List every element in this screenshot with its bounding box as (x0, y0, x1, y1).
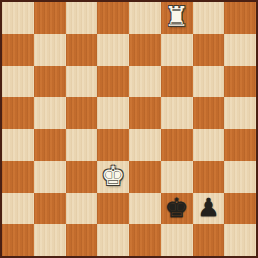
square-b7[interactable] (34, 34, 66, 66)
square-c2[interactable] (66, 193, 98, 225)
square-e2[interactable] (129, 193, 161, 225)
square-g4[interactable] (193, 129, 225, 161)
square-d5[interactable] (97, 97, 129, 129)
square-a8[interactable] (2, 2, 34, 34)
square-a6[interactable] (2, 66, 34, 98)
white-rook[interactable]: ♜ (165, 3, 189, 30)
black-pawn[interactable]: ♟ (197, 195, 219, 220)
square-h7[interactable] (224, 34, 256, 66)
square-h8[interactable] (224, 2, 256, 34)
square-e7[interactable] (129, 34, 161, 66)
square-a7[interactable] (2, 34, 34, 66)
square-c5[interactable] (66, 97, 98, 129)
square-e5[interactable] (129, 97, 161, 129)
square-h6[interactable] (224, 66, 256, 98)
square-h1[interactable] (224, 224, 256, 256)
square-g1[interactable] (193, 224, 225, 256)
square-d6[interactable] (97, 66, 129, 98)
square-f6[interactable] (161, 66, 193, 98)
square-g5[interactable] (193, 97, 225, 129)
square-c3[interactable] (66, 161, 98, 193)
square-b8[interactable] (34, 2, 66, 34)
square-f5[interactable] (161, 97, 193, 129)
square-g8[interactable] (193, 2, 225, 34)
black-king[interactable]: ♚ (165, 194, 189, 221)
square-e1[interactable] (129, 224, 161, 256)
square-b6[interactable] (34, 66, 66, 98)
square-h4[interactable] (224, 129, 256, 161)
square-g3[interactable] (193, 161, 225, 193)
square-a5[interactable] (2, 97, 34, 129)
square-c1[interactable] (66, 224, 98, 256)
square-h3[interactable] (224, 161, 256, 193)
square-d2[interactable] (97, 193, 129, 225)
square-f1[interactable] (161, 224, 193, 256)
square-a2[interactable] (2, 193, 34, 225)
square-e4[interactable] (129, 129, 161, 161)
square-d4[interactable] (97, 129, 129, 161)
square-f4[interactable] (161, 129, 193, 161)
square-a4[interactable] (2, 129, 34, 161)
square-d3[interactable]: ♚ (97, 161, 129, 193)
square-b3[interactable] (34, 161, 66, 193)
square-b4[interactable] (34, 129, 66, 161)
square-c8[interactable] (66, 2, 98, 34)
square-a1[interactable] (2, 224, 34, 256)
square-a3[interactable] (2, 161, 34, 193)
white-king[interactable]: ♚ (101, 162, 125, 189)
square-e8[interactable] (129, 2, 161, 34)
square-d1[interactable] (97, 224, 129, 256)
square-d7[interactable] (97, 34, 129, 66)
square-d8[interactable] (97, 2, 129, 34)
square-c7[interactable] (66, 34, 98, 66)
square-f2[interactable]: ♚ (161, 193, 193, 225)
square-b2[interactable] (34, 193, 66, 225)
square-g7[interactable] (193, 34, 225, 66)
square-c4[interactable] (66, 129, 98, 161)
square-h2[interactable] (224, 193, 256, 225)
square-g6[interactable] (193, 66, 225, 98)
square-b5[interactable] (34, 97, 66, 129)
square-e6[interactable] (129, 66, 161, 98)
square-f8[interactable]: ♜ (161, 2, 193, 34)
square-f7[interactable] (161, 34, 193, 66)
chess-board: ♜♚♚♟ (0, 0, 258, 258)
square-f3[interactable] (161, 161, 193, 193)
square-g2[interactable]: ♟ (193, 193, 225, 225)
square-h5[interactable] (224, 97, 256, 129)
square-c6[interactable] (66, 66, 98, 98)
square-e3[interactable] (129, 161, 161, 193)
square-b1[interactable] (34, 224, 66, 256)
